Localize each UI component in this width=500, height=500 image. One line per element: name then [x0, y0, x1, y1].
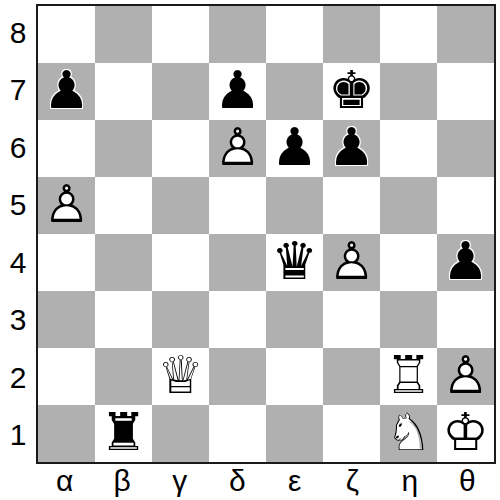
file-label-g: η	[381, 462, 439, 500]
square-g1[interactable]: ♞♘	[380, 405, 437, 462]
white-queen[interactable]: ♛♕	[152, 348, 209, 405]
file-label-h: θ	[439, 462, 497, 500]
white-pawn[interactable]: ♟♙	[323, 234, 380, 291]
piece-body: ♚	[328, 64, 375, 116]
square-c7[interactable]	[152, 63, 209, 120]
rank-label-7: 7	[0, 62, 36, 120]
piece-outline: ♙	[43, 178, 90, 230]
piece-body: ♜	[100, 406, 147, 458]
rank-label-8: 8	[0, 4, 36, 62]
square-h8[interactable]	[437, 6, 494, 63]
square-g5[interactable]	[380, 177, 437, 234]
piece-body: ♟	[271, 121, 318, 173]
square-f7[interactable]: ♚	[323, 63, 380, 120]
square-c2[interactable]: ♛♕	[152, 348, 209, 405]
square-d4[interactable]	[209, 234, 266, 291]
square-c8[interactable]	[152, 6, 209, 63]
piece-body: ♟	[214, 64, 261, 116]
square-a7[interactable]: ♟	[38, 63, 95, 120]
square-h2[interactable]: ♟♙	[437, 348, 494, 405]
square-g2[interactable]: ♜♖	[380, 348, 437, 405]
square-d3[interactable]	[209, 291, 266, 348]
square-b7[interactable]	[95, 63, 152, 120]
piece-outline: ♙	[442, 349, 489, 401]
square-a4[interactable]	[38, 234, 95, 291]
black-pawn[interactable]: ♟	[437, 234, 494, 291]
file-label-a: α	[36, 462, 94, 500]
square-d2[interactable]	[209, 348, 266, 405]
square-b5[interactable]	[95, 177, 152, 234]
file-label-b: β	[94, 462, 152, 500]
chess-diagram: 87654321 ♟♟♚♟♙♟♟♟♙♛♟♙♟♛♕♜♖♟♙♜♞♘♚♔ αβγδεζ…	[0, 0, 500, 500]
white-pawn[interactable]: ♟♙	[209, 120, 266, 177]
white-pawn[interactable]: ♟♙	[38, 177, 95, 234]
file-label-f: ζ	[324, 462, 382, 500]
file-label-e: ε	[266, 462, 324, 500]
piece-outline: ♔	[442, 406, 489, 458]
black-queen[interactable]: ♛	[266, 234, 323, 291]
square-a1[interactable]	[38, 405, 95, 462]
white-pawn[interactable]: ♟♙	[437, 348, 494, 405]
square-h1[interactable]: ♚♔	[437, 405, 494, 462]
piece-outline: ♖	[385, 349, 432, 401]
square-f1[interactable]	[323, 405, 380, 462]
square-h3[interactable]	[437, 291, 494, 348]
piece-outline: ♙	[214, 121, 261, 173]
square-d6[interactable]: ♟♙	[209, 120, 266, 177]
square-f3[interactable]	[323, 291, 380, 348]
square-g7[interactable]	[380, 63, 437, 120]
piece-outline: ♘	[385, 406, 432, 458]
piece-body: ♛	[271, 235, 318, 287]
square-e8[interactable]	[266, 6, 323, 63]
file-label-d: δ	[209, 462, 267, 500]
square-e5[interactable]	[266, 177, 323, 234]
square-a6[interactable]	[38, 120, 95, 177]
file-label-c: γ	[151, 462, 209, 500]
piece-outline: ♙	[328, 235, 375, 287]
black-king[interactable]: ♚	[323, 63, 380, 120]
square-e4[interactable]: ♛	[266, 234, 323, 291]
square-g8[interactable]	[380, 6, 437, 63]
square-d8[interactable]	[209, 6, 266, 63]
square-a5[interactable]: ♟♙	[38, 177, 95, 234]
square-d1[interactable]	[209, 405, 266, 462]
square-c3[interactable]	[152, 291, 209, 348]
black-pawn[interactable]: ♟	[266, 120, 323, 177]
square-e2[interactable]	[266, 348, 323, 405]
square-b3[interactable]	[95, 291, 152, 348]
rank-label-1: 1	[0, 407, 36, 465]
square-f2[interactable]	[323, 348, 380, 405]
square-e6[interactable]: ♟	[266, 120, 323, 177]
square-f5[interactable]	[323, 177, 380, 234]
square-h6[interactable]	[437, 120, 494, 177]
square-g6[interactable]	[380, 120, 437, 177]
square-h5[interactable]	[437, 177, 494, 234]
piece-outline: ♕	[157, 349, 204, 401]
black-rook[interactable]: ♜	[95, 405, 152, 462]
white-rook[interactable]: ♜♖	[380, 348, 437, 405]
rank-label-5: 5	[0, 177, 36, 235]
square-b1[interactable]: ♜	[95, 405, 152, 462]
black-pawn[interactable]: ♟	[209, 63, 266, 120]
square-a2[interactable]	[38, 348, 95, 405]
square-a8[interactable]	[38, 6, 95, 63]
piece-body: ♟	[442, 235, 489, 287]
square-f6[interactable]: ♟	[323, 120, 380, 177]
square-d5[interactable]	[209, 177, 266, 234]
white-knight[interactable]: ♞♘	[380, 405, 437, 462]
square-b4[interactable]	[95, 234, 152, 291]
square-c1[interactable]	[152, 405, 209, 462]
piece-body: ♟	[43, 64, 90, 116]
square-d7[interactable]: ♟	[209, 63, 266, 120]
black-pawn[interactable]: ♟	[323, 120, 380, 177]
square-h4[interactable]: ♟	[437, 234, 494, 291]
square-b6[interactable]	[95, 120, 152, 177]
square-e3[interactable]	[266, 291, 323, 348]
square-e1[interactable]	[266, 405, 323, 462]
square-g4[interactable]	[380, 234, 437, 291]
square-b8[interactable]	[95, 6, 152, 63]
white-king[interactable]: ♚♔	[437, 405, 494, 462]
rank-labels: 87654321	[0, 4, 36, 464]
square-c4[interactable]	[152, 234, 209, 291]
rank-label-6: 6	[0, 119, 36, 177]
piece-body: ♟	[328, 121, 375, 173]
square-f4[interactable]: ♟♙	[323, 234, 380, 291]
square-c5[interactable]	[152, 177, 209, 234]
square-a3[interactable]	[38, 291, 95, 348]
rank-label-3: 3	[0, 292, 36, 350]
chess-board: ♟♟♚♟♙♟♟♟♙♛♟♙♟♛♕♜♖♟♙♜♞♘♚♔	[36, 4, 496, 464]
black-pawn[interactable]: ♟	[38, 63, 95, 120]
square-e7[interactable]	[266, 63, 323, 120]
rank-label-2: 2	[0, 349, 36, 407]
square-f8[interactable]	[323, 6, 380, 63]
square-h7[interactable]	[437, 63, 494, 120]
square-c6[interactable]	[152, 120, 209, 177]
square-b2[interactable]	[95, 348, 152, 405]
file-labels: αβγδεζηθ	[36, 462, 496, 500]
rank-label-4: 4	[0, 234, 36, 292]
square-g3[interactable]	[380, 291, 437, 348]
